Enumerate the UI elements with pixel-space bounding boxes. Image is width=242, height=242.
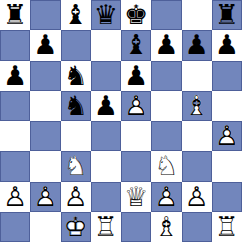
piece-white-pawn: ♟♙ (121, 91, 151, 121)
square-d4[interactable] (91, 121, 121, 151)
square-g3[interactable] (182, 151, 212, 181)
piece-white-pawn: ♟♙ (151, 182, 181, 212)
square-d6[interactable] (91, 61, 121, 91)
square-g5[interactable]: ♝♗ (182, 91, 212, 121)
black-piece-glyph: ♟ (182, 30, 212, 60)
white-piece-outline: ♙ (121, 91, 151, 121)
square-e3[interactable] (121, 151, 151, 181)
white-piece-outline: ♗ (151, 212, 181, 242)
square-g2[interactable]: ♟♙ (182, 182, 212, 212)
square-c8[interactable]: ♝ (61, 0, 91, 30)
square-g1[interactable] (182, 212, 212, 242)
white-piece-outline: ♙ (61, 182, 91, 212)
square-c1[interactable]: ♚♔ (61, 212, 91, 242)
white-piece-outline: ♕ (121, 182, 151, 212)
square-b2[interactable]: ♟♙ (30, 182, 60, 212)
square-f2[interactable]: ♟♙ (151, 182, 181, 212)
piece-white-pawn: ♟♙ (61, 182, 91, 212)
square-d2[interactable] (91, 182, 121, 212)
piece-black-pawn: ♟ (212, 30, 242, 60)
square-h8[interactable]: ♜ (212, 0, 242, 30)
square-b6[interactable] (30, 61, 60, 91)
black-piece-glyph: ♟ (91, 91, 121, 121)
square-c6[interactable]: ♞ (61, 61, 91, 91)
square-h2[interactable] (212, 182, 242, 212)
square-h6[interactable] (212, 61, 242, 91)
square-f1[interactable]: ♝♗ (151, 212, 181, 242)
square-b5[interactable] (30, 91, 60, 121)
black-piece-glyph: ♝ (61, 0, 91, 30)
white-piece-outline: ♙ (212, 121, 242, 151)
square-f6[interactable] (151, 61, 181, 91)
white-piece-outline: ♙ (182, 182, 212, 212)
piece-black-pawn: ♟ (151, 30, 181, 60)
piece-white-pawn: ♟♙ (182, 182, 212, 212)
piece-black-pawn: ♟ (30, 30, 60, 60)
piece-black-bishop: ♝ (121, 30, 151, 60)
black-piece-glyph: ♟ (121, 61, 151, 91)
square-h5[interactable] (212, 91, 242, 121)
white-piece-outline: ♖ (212, 212, 242, 242)
square-d8[interactable]: ♛ (91, 0, 121, 30)
piece-white-rook: ♜♖ (91, 212, 121, 242)
white-piece-outline: ♘ (151, 151, 181, 181)
square-a1[interactable] (0, 212, 30, 242)
square-a3[interactable] (0, 151, 30, 181)
square-b7[interactable]: ♟ (30, 30, 60, 60)
square-d1[interactable]: ♜♖ (91, 212, 121, 242)
piece-black-pawn: ♟ (182, 30, 212, 60)
square-b4[interactable] (30, 121, 60, 151)
black-piece-glyph: ♟ (30, 30, 60, 60)
square-f8[interactable] (151, 0, 181, 30)
square-c4[interactable] (61, 121, 91, 151)
square-b8[interactable] (30, 0, 60, 30)
black-piece-glyph: ♟ (151, 30, 181, 60)
black-piece-glyph: ♛ (91, 0, 121, 30)
white-piece-outline: ♙ (0, 182, 30, 212)
piece-white-pawn: ♟♙ (0, 182, 30, 212)
piece-black-knight: ♞ (61, 91, 91, 121)
square-a7[interactable] (0, 30, 30, 60)
square-a2[interactable]: ♟♙ (0, 182, 30, 212)
piece-black-pawn: ♟ (0, 61, 30, 91)
white-piece-outline: ♔ (61, 212, 91, 242)
square-e8[interactable]: ♚ (121, 0, 151, 30)
white-piece-outline: ♖ (91, 212, 121, 242)
white-piece-outline: ♙ (151, 182, 181, 212)
square-c5[interactable]: ♞ (61, 91, 91, 121)
square-e1[interactable] (121, 212, 151, 242)
square-h1[interactable]: ♜♖ (212, 212, 242, 242)
square-d7[interactable] (91, 30, 121, 60)
piece-white-knight: ♞♘ (151, 151, 181, 181)
white-piece-outline: ♘ (61, 151, 91, 181)
square-b3[interactable] (30, 151, 60, 181)
square-g8[interactable] (182, 0, 212, 30)
white-piece-outline: ♙ (30, 182, 60, 212)
square-c2[interactable]: ♟♙ (61, 182, 91, 212)
piece-white-king: ♚♔ (61, 212, 91, 242)
square-e7[interactable]: ♝ (121, 30, 151, 60)
square-f7[interactable]: ♟ (151, 30, 181, 60)
piece-black-rook: ♜ (212, 0, 242, 30)
piece-black-rook: ♜ (0, 0, 30, 30)
square-g4[interactable] (182, 121, 212, 151)
square-d3[interactable] (91, 151, 121, 181)
piece-white-bishop: ♝♗ (151, 212, 181, 242)
square-a5[interactable] (0, 91, 30, 121)
piece-black-bishop: ♝ (61, 0, 91, 30)
square-b1[interactable] (30, 212, 60, 242)
black-piece-glyph: ♞ (61, 61, 91, 91)
white-piece-outline: ♗ (182, 91, 212, 121)
square-f4[interactable] (151, 121, 181, 151)
black-piece-glyph: ♜ (212, 0, 242, 30)
square-c3[interactable]: ♞♘ (61, 151, 91, 181)
piece-white-pawn: ♟♙ (212, 121, 242, 151)
square-e6[interactable]: ♟ (121, 61, 151, 91)
piece-white-bishop: ♝♗ (182, 91, 212, 121)
square-g7[interactable]: ♟ (182, 30, 212, 60)
black-piece-glyph: ♟ (212, 30, 242, 60)
square-h3[interactable] (212, 151, 242, 181)
square-a6[interactable]: ♟ (0, 61, 30, 91)
chess-board: ♜♝♛♚♜♟♝♟♟♟♟♞♟♞♟♟♙♝♗♟♙♞♘♞♘♟♙♟♙♟♙♛♕♟♙♟♙♚♔♜… (0, 0, 242, 242)
piece-black-knight: ♞ (61, 61, 91, 91)
chess-board-wrap: ♜♝♛♚♜♟♝♟♟♟♟♞♟♞♟♟♙♝♗♟♙♞♘♞♘♟♙♟♙♟♙♛♕♟♙♟♙♚♔♜… (0, 0, 242, 242)
square-e4[interactable] (121, 121, 151, 151)
piece-black-queen: ♛ (91, 0, 121, 30)
square-f5[interactable] (151, 91, 181, 121)
black-piece-glyph: ♞ (61, 91, 91, 121)
square-f3[interactable]: ♞♘ (151, 151, 181, 181)
black-piece-glyph: ♜ (0, 0, 30, 30)
black-piece-glyph: ♚ (121, 0, 151, 30)
square-e2[interactable]: ♛♕ (121, 182, 151, 212)
piece-white-rook: ♜♖ (212, 212, 242, 242)
piece-black-pawn: ♟ (121, 61, 151, 91)
square-g6[interactable] (182, 61, 212, 91)
square-h7[interactable]: ♟ (212, 30, 242, 60)
piece-white-pawn: ♟♙ (30, 182, 60, 212)
square-h4[interactable]: ♟♙ (212, 121, 242, 151)
piece-black-pawn: ♟ (91, 91, 121, 121)
piece-white-knight: ♞♘ (61, 151, 91, 181)
square-e5[interactable]: ♟♙ (121, 91, 151, 121)
black-piece-glyph: ♟ (0, 61, 30, 91)
square-c7[interactable] (61, 30, 91, 60)
piece-black-king: ♚ (121, 0, 151, 30)
square-a8[interactable]: ♜ (0, 0, 30, 30)
piece-white-queen: ♛♕ (121, 182, 151, 212)
square-a4[interactable] (0, 121, 30, 151)
square-d5[interactable]: ♟ (91, 91, 121, 121)
black-piece-glyph: ♝ (121, 30, 151, 60)
